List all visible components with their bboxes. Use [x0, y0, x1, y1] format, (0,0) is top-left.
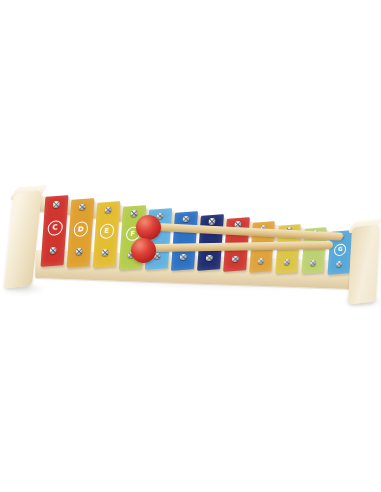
bar-screw-bottom: [76, 248, 83, 255]
xylophone-bar-6: [171, 211, 198, 270]
mallet-head-lower: [131, 238, 156, 263]
product-photo-stage: CDEFG: [0, 0, 381, 492]
bar-note-label: D: [73, 222, 89, 238]
bar-screw-bottom: [310, 260, 317, 267]
bar-screw-bottom: [102, 250, 109, 257]
xylophone-bar-3: E: [93, 202, 121, 269]
bar-screw-bottom: [258, 257, 265, 264]
bar-screw-bottom: [232, 256, 239, 263]
frame-right-cap: [348, 225, 380, 305]
bar-screw-bottom: [50, 247, 57, 254]
bar-note-label: E: [99, 224, 115, 240]
bar-screw-top: [105, 207, 112, 214]
bar-screw-top: [53, 201, 60, 208]
bar-screw-top: [79, 204, 86, 211]
bar-screw-bottom: [180, 253, 187, 260]
bar-screw-bottom: [336, 261, 343, 268]
bar-screw-bottom: [206, 255, 213, 262]
bar-screw-top: [131, 210, 138, 217]
bar-note-label: G: [334, 244, 347, 257]
mallet-head-upper: [136, 215, 161, 240]
bar-screw-top: [208, 218, 215, 225]
bar-screw-bottom: [284, 258, 291, 265]
bar-screw-top: [182, 215, 189, 222]
bar-note-label: C: [47, 219, 63, 235]
